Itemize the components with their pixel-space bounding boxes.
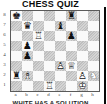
square-g8[interactable]	[77, 11, 88, 21]
black-pawn-piece: ♟	[66, 31, 77, 41]
chess-board: ♚♜♛♝♜♖♟♟♟♟♙♛♕♜♝♗♟♙♞♘♜♖♚♔	[10, 10, 100, 92]
file-label-e: e	[54, 91, 65, 98]
file-labels: abcdefgh	[10, 91, 98, 98]
rank-label-5: 5	[0, 40, 9, 50]
square-h6[interactable]	[88, 31, 99, 41]
square-h5[interactable]	[88, 41, 99, 51]
square-c1[interactable]	[33, 81, 44, 91]
file-label-h: h	[87, 91, 98, 98]
square-e6[interactable]	[55, 31, 66, 41]
square-f2[interactable]	[66, 71, 77, 81]
square-e5[interactable]	[55, 41, 66, 51]
square-a2[interactable]: ♜	[11, 71, 22, 81]
square-d3[interactable]	[44, 61, 55, 71]
square-a5[interactable]	[11, 41, 22, 51]
file-label-a: a	[10, 91, 21, 98]
black-rook-piece: ♜	[66, 11, 77, 21]
white-king-piece: ♔	[77, 81, 88, 91]
black-pawn-piece: ♟	[22, 51, 33, 61]
rank-label-4: 4	[0, 50, 9, 60]
quiz-title: CHESS QUIZ	[0, 0, 101, 9]
square-e7[interactable]: ♝	[55, 21, 66, 31]
square-b2[interactable]: ♝♗	[22, 71, 33, 81]
square-a4[interactable]	[11, 51, 22, 61]
square-d8[interactable]	[44, 11, 55, 21]
square-a8[interactable]: ♚	[11, 11, 22, 21]
rank-label-2: 2	[0, 70, 9, 80]
black-rook-piece: ♜	[11, 71, 22, 81]
rank-label-8: 8	[0, 10, 9, 20]
rank-label-3: 3	[0, 60, 9, 70]
square-h4[interactable]	[88, 51, 99, 61]
square-a1[interactable]	[11, 81, 22, 91]
caption-text: WHITE HAS A SOLUTION	[0, 99, 101, 104]
square-g6[interactable]	[77, 31, 88, 41]
square-h7[interactable]	[88, 21, 99, 31]
square-b4[interactable]: ♟	[22, 51, 33, 61]
square-c2[interactable]	[33, 71, 44, 81]
square-e3[interactable]: ♟♙	[55, 61, 66, 71]
rank-label-6: 6	[0, 30, 9, 40]
square-c8[interactable]	[33, 11, 44, 21]
file-label-d: d	[43, 91, 54, 98]
rank-label-1: 1	[0, 80, 9, 90]
chess-quiz-page: CHESS QUIZ 87654321 ♚♜♛♝♜♖♟♟♟♟♙♛♕♜♝♗♟♙♞♘…	[0, 0, 107, 104]
black-king-piece: ♚	[11, 11, 22, 21]
white-rook-piece: ♖	[33, 31, 44, 41]
square-h2[interactable]: ♞♘	[88, 71, 99, 81]
square-b7[interactable]: ♛	[22, 21, 33, 31]
square-f1[interactable]	[66, 81, 77, 91]
square-b1[interactable]	[22, 81, 33, 91]
square-a7[interactable]	[11, 21, 22, 31]
white-bishop-piece: ♗	[22, 71, 33, 81]
square-e1[interactable]	[55, 81, 66, 91]
black-bishop-piece: ♝	[55, 21, 66, 31]
rank-label-7: 7	[0, 20, 9, 30]
square-a6[interactable]	[11, 31, 22, 41]
white-pawn-piece: ♙	[55, 61, 66, 71]
white-knight-piece: ♘	[88, 71, 99, 81]
square-f5[interactable]	[66, 41, 77, 51]
square-g5[interactable]	[77, 41, 88, 51]
rank-labels: 87654321	[0, 10, 9, 90]
square-c3[interactable]	[33, 61, 44, 71]
square-c5[interactable]	[33, 41, 44, 51]
square-g4[interactable]	[77, 51, 88, 61]
file-label-b: b	[21, 91, 32, 98]
square-f6[interactable]: ♟	[66, 31, 77, 41]
square-e2[interactable]	[55, 71, 66, 81]
file-label-c: c	[32, 91, 43, 98]
square-h1[interactable]	[88, 81, 99, 91]
square-d1[interactable]: ♜♖	[44, 81, 55, 91]
black-queen-piece: ♛	[22, 21, 33, 31]
square-c6[interactable]: ♜♖	[33, 31, 44, 41]
square-d7[interactable]	[44, 21, 55, 31]
square-c4[interactable]	[33, 51, 44, 61]
square-f8[interactable]: ♜	[66, 11, 77, 21]
square-g7[interactable]	[77, 21, 88, 31]
file-label-f: f	[65, 91, 76, 98]
square-f3[interactable]: ♛♕	[66, 61, 77, 71]
square-g1[interactable]: ♚♔	[77, 81, 88, 91]
square-d4[interactable]	[44, 51, 55, 61]
column-rule-divider	[104, 7, 106, 104]
square-h8[interactable]	[88, 11, 99, 21]
square-d6[interactable]	[44, 31, 55, 41]
square-d5[interactable]	[44, 41, 55, 51]
file-label-g: g	[76, 91, 87, 98]
white-rook-piece: ♖	[44, 81, 55, 91]
white-queen-piece: ♕	[66, 61, 77, 71]
